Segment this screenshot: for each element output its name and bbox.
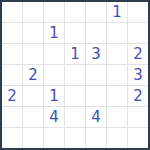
cell-r3c5[interactable] <box>107 65 127 85</box>
cell-r1c2-clue: 1 <box>44 23 64 43</box>
cell-r6c0[interactable] <box>2 128 22 148</box>
cell-r5c4-clue: 4 <box>86 107 106 127</box>
cell-r2c6-clue: 2 <box>128 44 148 64</box>
cell-r3c0[interactable] <box>2 65 22 85</box>
cell-r5c3[interactable] <box>65 107 85 127</box>
cell-r6c6[interactable] <box>128 128 148 148</box>
cell-r0c3[interactable] <box>65 2 85 22</box>
cell-r5c2-clue: 4 <box>44 107 64 127</box>
cell-r4c0-clue: 2 <box>2 86 22 106</box>
cell-r6c4[interactable] <box>86 128 106 148</box>
cell-r6c2[interactable] <box>44 128 64 148</box>
cell-r4c1[interactable] <box>23 86 43 106</box>
cell-r3c6-clue: 3 <box>128 65 148 85</box>
cell-r0c4[interactable] <box>86 2 106 22</box>
cell-r5c1[interactable] <box>23 107 43 127</box>
cell-r4c4[interactable] <box>86 86 106 106</box>
cell-r1c5[interactable] <box>107 23 127 43</box>
minesweeper-board: 111322321244 <box>0 0 150 150</box>
cell-r0c6[interactable] <box>128 2 148 22</box>
cell-r5c6[interactable] <box>128 107 148 127</box>
cell-r6c1[interactable] <box>23 128 43 148</box>
cell-r6c5[interactable] <box>107 128 127 148</box>
cell-r5c5[interactable] <box>107 107 127 127</box>
cell-r1c0[interactable] <box>2 23 22 43</box>
cell-r0c1[interactable] <box>23 2 43 22</box>
cell-r3c4[interactable] <box>86 65 106 85</box>
cell-r4c3[interactable] <box>65 86 85 106</box>
cell-r2c0[interactable] <box>2 44 22 64</box>
cell-r1c4[interactable] <box>86 23 106 43</box>
cell-r3c3[interactable] <box>65 65 85 85</box>
cell-r2c5[interactable] <box>107 44 127 64</box>
cell-r0c5-clue: 1 <box>107 2 127 22</box>
cell-r0c2[interactable] <box>44 2 64 22</box>
cell-r1c3[interactable] <box>65 23 85 43</box>
cell-r3c1-clue: 2 <box>23 65 43 85</box>
cell-r2c4-clue: 3 <box>86 44 106 64</box>
cell-r5c0[interactable] <box>2 107 22 127</box>
cell-r4c5[interactable] <box>107 86 127 106</box>
cell-r1c6[interactable] <box>128 23 148 43</box>
cell-r4c2-clue: 1 <box>44 86 64 106</box>
cell-r0c0[interactable] <box>2 2 22 22</box>
cell-r3c2[interactable] <box>44 65 64 85</box>
cell-r2c2[interactable] <box>44 44 64 64</box>
cell-r4c6-clue: 2 <box>128 86 148 106</box>
cell-r1c1[interactable] <box>23 23 43 43</box>
cell-r6c3[interactable] <box>65 128 85 148</box>
cell-r2c3-clue: 1 <box>65 44 85 64</box>
cell-r2c1[interactable] <box>23 44 43 64</box>
